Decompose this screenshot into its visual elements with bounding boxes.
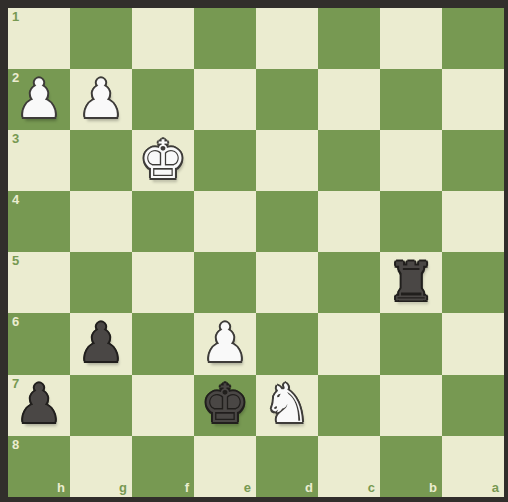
square-g2[interactable]: ♟ <box>70 69 132 130</box>
square-h6[interactable]: 6 <box>8 313 70 374</box>
square-d3[interactable] <box>256 130 318 191</box>
rank-label-6: 6 <box>12 315 19 328</box>
square-c2[interactable] <box>318 69 380 130</box>
square-d5[interactable] <box>256 252 318 313</box>
chess-board: 12♟♟3♚45♜6♟♟7♟♚♞8hgfedcba <box>8 8 504 497</box>
square-h3[interactable]: 3 <box>8 130 70 191</box>
square-g3[interactable] <box>70 130 132 191</box>
square-b8[interactable]: b <box>380 436 442 497</box>
square-b6[interactable] <box>380 313 442 374</box>
black-pawn[interactable]: ♟ <box>8 375 70 436</box>
file-label-d: d <box>305 481 313 494</box>
square-a4[interactable] <box>442 191 504 252</box>
square-b2[interactable] <box>380 69 442 130</box>
file-label-g: g <box>119 481 127 494</box>
square-h7[interactable]: 7♟ <box>8 375 70 436</box>
white-pawn[interactable]: ♟ <box>70 69 132 130</box>
square-e1[interactable] <box>194 8 256 69</box>
file-label-c: c <box>368 481 375 494</box>
white-king[interactable]: ♚ <box>132 130 194 191</box>
square-f1[interactable] <box>132 8 194 69</box>
square-h2[interactable]: 2♟ <box>8 69 70 130</box>
rank-label-5: 5 <box>12 254 19 267</box>
square-a6[interactable] <box>442 313 504 374</box>
black-rook[interactable]: ♜ <box>380 252 442 313</box>
square-g4[interactable] <box>70 191 132 252</box>
square-d6[interactable] <box>256 313 318 374</box>
file-label-e: e <box>244 481 251 494</box>
white-knight[interactable]: ♞ <box>256 375 318 436</box>
square-b5[interactable]: ♜ <box>380 252 442 313</box>
square-e2[interactable] <box>194 69 256 130</box>
square-h8[interactable]: 8h <box>8 436 70 497</box>
square-c1[interactable] <box>318 8 380 69</box>
square-f8[interactable]: f <box>132 436 194 497</box>
square-f2[interactable] <box>132 69 194 130</box>
square-b1[interactable] <box>380 8 442 69</box>
black-king[interactable]: ♚ <box>194 375 256 436</box>
square-f4[interactable] <box>132 191 194 252</box>
file-label-a: a <box>492 481 499 494</box>
square-c7[interactable] <box>318 375 380 436</box>
square-a2[interactable] <box>442 69 504 130</box>
square-e7[interactable]: ♚ <box>194 375 256 436</box>
rank-label-3: 3 <box>12 132 19 145</box>
square-c8[interactable]: c <box>318 436 380 497</box>
square-g6[interactable]: ♟ <box>70 313 132 374</box>
square-f6[interactable] <box>132 313 194 374</box>
square-d7[interactable]: ♞ <box>256 375 318 436</box>
file-label-b: b <box>429 481 437 494</box>
square-d2[interactable] <box>256 69 318 130</box>
square-a5[interactable] <box>442 252 504 313</box>
square-b4[interactable] <box>380 191 442 252</box>
square-d1[interactable] <box>256 8 318 69</box>
square-h1[interactable]: 1 <box>8 8 70 69</box>
rank-label-4: 4 <box>12 193 19 206</box>
square-b7[interactable] <box>380 375 442 436</box>
square-g7[interactable] <box>70 375 132 436</box>
square-f7[interactable] <box>132 375 194 436</box>
square-e6[interactable]: ♟ <box>194 313 256 374</box>
square-d4[interactable] <box>256 191 318 252</box>
square-a8[interactable]: a <box>442 436 504 497</box>
square-c6[interactable] <box>318 313 380 374</box>
square-c5[interactable] <box>318 252 380 313</box>
square-e3[interactable] <box>194 130 256 191</box>
square-e8[interactable]: e <box>194 436 256 497</box>
rank-label-8: 8 <box>12 438 19 451</box>
square-a3[interactable] <box>442 130 504 191</box>
square-g1[interactable] <box>70 8 132 69</box>
square-a7[interactable] <box>442 375 504 436</box>
square-h4[interactable]: 4 <box>8 191 70 252</box>
file-label-h: h <box>57 481 65 494</box>
file-label-f: f <box>185 481 189 494</box>
square-c3[interactable] <box>318 130 380 191</box>
black-pawn[interactable]: ♟ <box>70 313 132 374</box>
white-pawn[interactable]: ♟ <box>194 313 256 374</box>
square-b3[interactable] <box>380 130 442 191</box>
square-g8[interactable]: g <box>70 436 132 497</box>
square-f5[interactable] <box>132 252 194 313</box>
square-c4[interactable] <box>318 191 380 252</box>
square-a1[interactable] <box>442 8 504 69</box>
rank-label-1: 1 <box>12 10 19 23</box>
square-g5[interactable] <box>70 252 132 313</box>
board-frame: 12♟♟3♚45♜6♟♟7♟♚♞8hgfedcba <box>0 0 508 502</box>
square-h5[interactable]: 5 <box>8 252 70 313</box>
square-d8[interactable]: d <box>256 436 318 497</box>
square-e4[interactable] <box>194 191 256 252</box>
square-f3[interactable]: ♚ <box>132 130 194 191</box>
white-pawn[interactable]: ♟ <box>8 69 70 130</box>
square-e5[interactable] <box>194 252 256 313</box>
